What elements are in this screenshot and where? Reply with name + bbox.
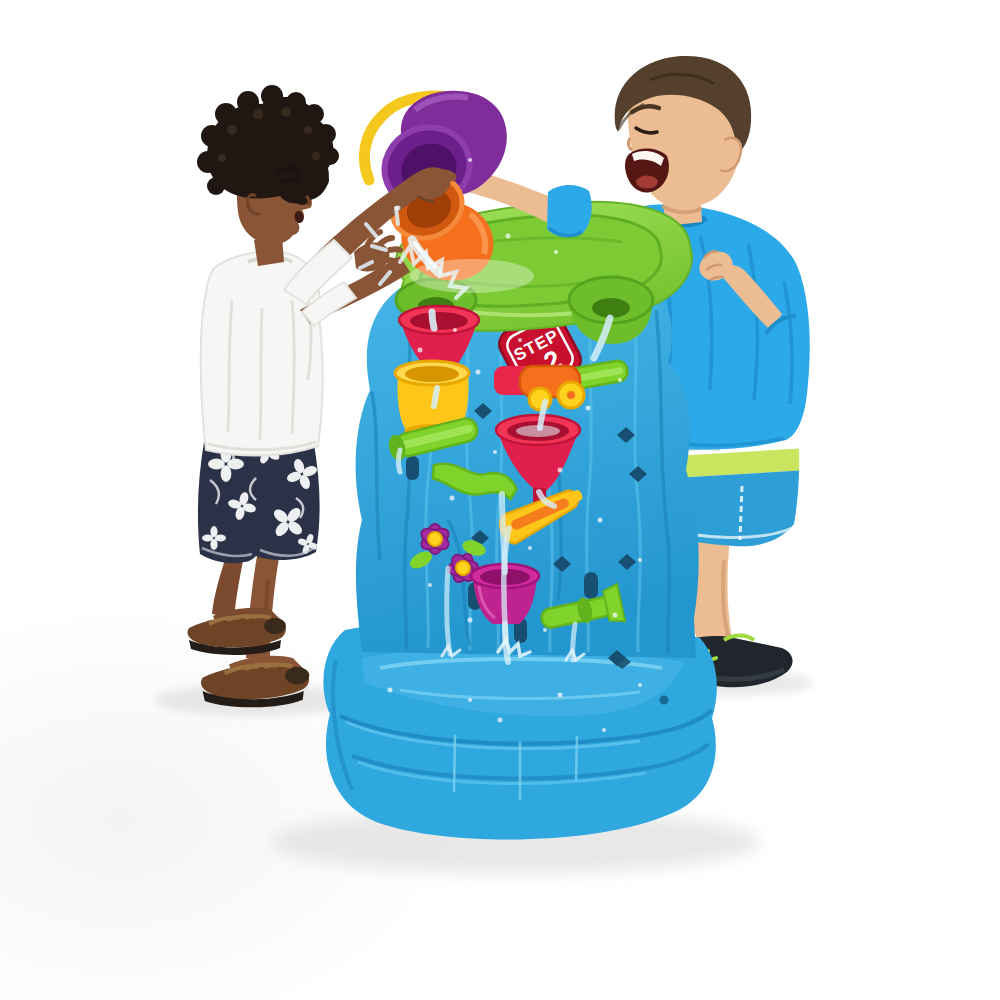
product-photo: STEP 2 <box>0 0 1000 1000</box>
left-child-head <box>197 85 339 245</box>
left-child-back-leg <box>212 556 244 618</box>
right-child-head <box>615 56 751 208</box>
drain-plug <box>660 696 669 705</box>
